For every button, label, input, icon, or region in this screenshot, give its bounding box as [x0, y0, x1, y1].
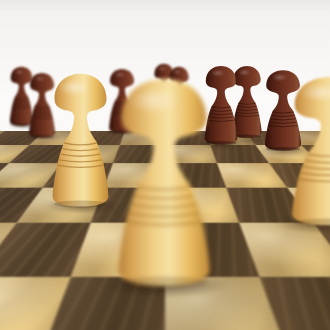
light-pawn	[111, 76, 217, 290]
chess-photo-scene	[0, 0, 330, 330]
light-pawn	[48, 72, 113, 209]
light-pawn	[286, 75, 330, 228]
